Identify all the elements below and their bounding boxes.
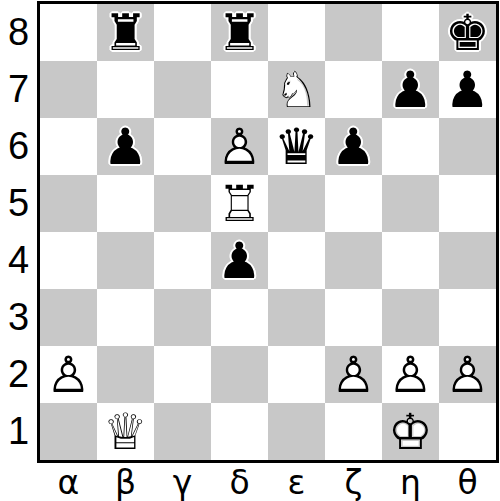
square-ζ5[interactable]: [325, 175, 382, 232]
square-δ7[interactable]: [211, 61, 268, 118]
square-ε6[interactable]: ♛: [268, 118, 325, 175]
white-rook-outline: ♖: [211, 175, 268, 232]
square-ε3[interactable]: [268, 289, 325, 346]
square-γ3[interactable]: [154, 289, 211, 346]
rank-label-5: 5: [0, 175, 37, 232]
white-pawn-piece: ♟♙: [40, 346, 97, 403]
black-pawn-piece: ♟: [97, 118, 154, 175]
square-θ1[interactable]: [439, 403, 496, 460]
rank-label-4: 4: [0, 232, 37, 289]
white-pawn-piece: ♟♙: [382, 346, 439, 403]
black-pawn-piece: ♟: [382, 61, 439, 118]
square-η2[interactable]: ♟♙: [382, 346, 439, 403]
square-η3[interactable]: [382, 289, 439, 346]
black-rook-piece: ♜: [97, 4, 154, 61]
white-queen-outline: ♕: [97, 403, 154, 460]
black-pawn-piece: ♟: [439, 61, 496, 118]
rank-label-1: 1: [0, 403, 37, 460]
square-γ7[interactable]: [154, 61, 211, 118]
square-γ1[interactable]: [154, 403, 211, 460]
white-pawn-piece: ♟♙: [325, 346, 382, 403]
rank-label-7: 7: [0, 61, 37, 118]
square-α7[interactable]: [40, 61, 97, 118]
square-γ5[interactable]: [154, 175, 211, 232]
square-ζ6[interactable]: ♟: [325, 118, 382, 175]
square-β8[interactable]: ♜: [97, 4, 154, 61]
square-ε8[interactable]: [268, 4, 325, 61]
square-γ4[interactable]: [154, 232, 211, 289]
rank-label-2: 2: [0, 346, 37, 403]
white-pawn-outline: ♙: [382, 346, 439, 403]
rank-label-6: 6: [0, 118, 37, 175]
square-δ8[interactable]: ♜: [211, 4, 268, 61]
black-king-glyph: ♚: [439, 4, 496, 61]
square-ζ2[interactable]: ♟♙: [325, 346, 382, 403]
square-θ2[interactable]: ♟♙: [439, 346, 496, 403]
file-labels: αβγδεζηθ: [40, 463, 496, 501]
file-label-α: α: [40, 463, 97, 501]
square-δ1[interactable]: [211, 403, 268, 460]
square-α8[interactable]: [40, 4, 97, 61]
square-α6[interactable]: [40, 118, 97, 175]
square-β3[interactable]: [97, 289, 154, 346]
black-queen-piece: ♛: [268, 118, 325, 175]
black-rook-glyph: ♜: [211, 4, 268, 61]
square-β1[interactable]: ♛♕: [97, 403, 154, 460]
white-rook-piece: ♜♖: [211, 175, 268, 232]
square-η8[interactable]: [382, 4, 439, 61]
square-α4[interactable]: [40, 232, 97, 289]
square-ζ3[interactable]: [325, 289, 382, 346]
white-king-piece: ♚♔: [382, 403, 439, 460]
file-label-γ: γ: [154, 463, 211, 501]
white-knight-piece: ♞♘: [268, 61, 325, 118]
black-pawn-glyph: ♟: [382, 61, 439, 118]
square-η7[interactable]: ♟: [382, 61, 439, 118]
file-label-β: β: [97, 463, 154, 501]
square-η4[interactable]: [382, 232, 439, 289]
square-θ5[interactable]: [439, 175, 496, 232]
square-β2[interactable]: [97, 346, 154, 403]
file-label-δ: δ: [211, 463, 268, 501]
white-pawn-outline: ♙: [325, 346, 382, 403]
square-η5[interactable]: [382, 175, 439, 232]
square-θ4[interactable]: [439, 232, 496, 289]
rank-label-8: 8: [0, 4, 37, 61]
white-queen-piece: ♛♕: [97, 403, 154, 460]
square-β7[interactable]: [97, 61, 154, 118]
square-θ8[interactable]: ♚: [439, 4, 496, 61]
square-α5[interactable]: [40, 175, 97, 232]
white-knight-outline: ♘: [268, 61, 325, 118]
board: ♜♜♚♞♘♟♟♟♟♙♛♟♜♖♟♟♙♟♙♟♙♟♙♛♕♚♔: [37, 1, 499, 463]
square-ε2[interactable]: [268, 346, 325, 403]
square-ε4[interactable]: [268, 232, 325, 289]
square-θ7[interactable]: ♟: [439, 61, 496, 118]
square-β6[interactable]: ♟: [97, 118, 154, 175]
square-α1[interactable]: [40, 403, 97, 460]
white-pawn-piece: ♟♙: [211, 118, 268, 175]
black-rook-piece: ♜: [211, 4, 268, 61]
square-η6[interactable]: [382, 118, 439, 175]
file-label-θ: θ: [439, 463, 496, 501]
square-δ6[interactable]: ♟♙: [211, 118, 268, 175]
rank-label-3: 3: [0, 289, 37, 346]
square-γ8[interactable]: [154, 4, 211, 61]
square-β5[interactable]: [97, 175, 154, 232]
square-β4[interactable]: [97, 232, 154, 289]
square-γ6[interactable]: [154, 118, 211, 175]
square-ζ8[interactable]: [325, 4, 382, 61]
square-γ2[interactable]: [154, 346, 211, 403]
black-pawn-glyph: ♟: [211, 232, 268, 289]
square-ζ7[interactable]: [325, 61, 382, 118]
square-δ2[interactable]: [211, 346, 268, 403]
square-α3[interactable]: [40, 289, 97, 346]
square-θ3[interactable]: [439, 289, 496, 346]
square-η1[interactable]: ♚♔: [382, 403, 439, 460]
black-pawn-glyph: ♟: [325, 118, 382, 175]
rank-labels: 87654321: [0, 4, 37, 460]
square-ε7[interactable]: ♞♘: [268, 61, 325, 118]
white-pawn-outline: ♙: [439, 346, 496, 403]
square-ζ1[interactable]: [325, 403, 382, 460]
square-θ6[interactable]: [439, 118, 496, 175]
square-ζ4[interactable]: [325, 232, 382, 289]
black-king-piece: ♚: [439, 4, 496, 61]
black-pawn-piece: ♟: [211, 232, 268, 289]
square-ε1[interactable]: [268, 403, 325, 460]
square-δ5[interactable]: ♜♖: [211, 175, 268, 232]
file-label-ζ: ζ: [325, 463, 382, 501]
black-pawn-piece: ♟: [325, 118, 382, 175]
square-ε5[interactable]: [268, 175, 325, 232]
white-pawn-outline: ♙: [40, 346, 97, 403]
square-α2[interactable]: ♟♙: [40, 346, 97, 403]
square-δ4[interactable]: ♟: [211, 232, 268, 289]
white-pawn-piece: ♟♙: [439, 346, 496, 403]
white-pawn-outline: ♙: [211, 118, 268, 175]
black-queen-glyph: ♛: [268, 118, 325, 175]
file-label-η: η: [382, 463, 439, 501]
black-rook-glyph: ♜: [97, 4, 154, 61]
square-δ3[interactable]: [211, 289, 268, 346]
file-label-ε: ε: [268, 463, 325, 501]
black-pawn-glyph: ♟: [97, 118, 154, 175]
white-king-outline: ♔: [382, 403, 439, 460]
black-pawn-glyph: ♟: [439, 61, 496, 118]
